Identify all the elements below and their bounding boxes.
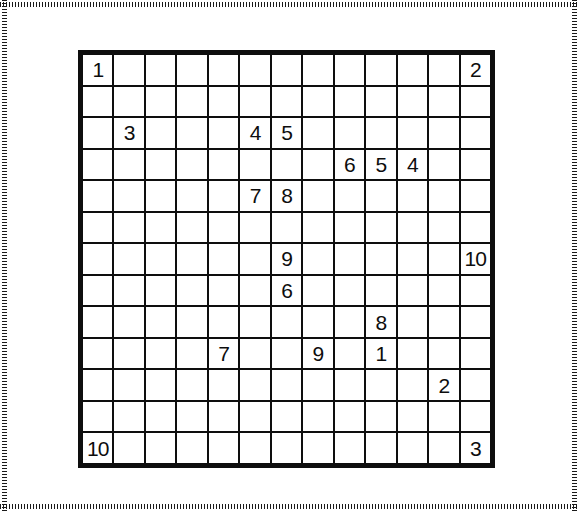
clue-number-6: 6 [344, 154, 355, 175]
cell-r5c12[interactable] [428, 180, 459, 212]
cell-r4c9[interactable]: 6 [334, 149, 365, 181]
tick-border-top [0, 2, 579, 7]
clue-number-10: 10 [465, 248, 486, 269]
cell-r4c2[interactable] [113, 149, 144, 181]
cell-r3c9[interactable] [334, 117, 365, 149]
cell-r3c5[interactable] [208, 117, 239, 149]
cell-r2c1[interactable] [82, 86, 113, 118]
cell-r3c1[interactable] [82, 117, 113, 149]
cell-r9c4[interactable] [176, 306, 207, 338]
clue-number-2: 2 [470, 59, 481, 80]
cell-r5c7[interactable]: 8 [271, 180, 302, 212]
clue-number-1: 1 [92, 59, 103, 80]
cell-r1c4[interactable] [176, 54, 207, 86]
cell-r7c10[interactable] [365, 243, 396, 275]
cell-r12c6[interactable] [239, 401, 270, 433]
cell-r5c3[interactable] [145, 180, 176, 212]
cell-r4c12[interactable] [428, 149, 459, 181]
cell-r9c9[interactable] [334, 306, 365, 338]
cell-r10c13[interactable] [460, 338, 491, 370]
cell-r12c7[interactable] [271, 401, 302, 433]
cell-r2c12[interactable] [428, 86, 459, 118]
cell-r9c5[interactable] [208, 306, 239, 338]
cell-r12c2[interactable] [113, 401, 144, 433]
cell-r10c5[interactable]: 7 [208, 338, 239, 370]
clue-number-5: 5 [376, 154, 387, 175]
cell-r7c6[interactable] [239, 243, 270, 275]
cell-r12c8[interactable] [302, 401, 333, 433]
cell-r3c13[interactable] [460, 117, 491, 149]
clue-number-3: 3 [124, 122, 135, 143]
cell-r2c13[interactable] [460, 86, 491, 118]
clue-number-1: 1 [376, 343, 387, 364]
cell-r5c8[interactable] [302, 180, 333, 212]
cell-r6c8[interactable] [302, 212, 333, 244]
cell-r3c11[interactable] [397, 117, 428, 149]
clue-number-4: 4 [250, 122, 261, 143]
cell-r1c3[interactable] [145, 54, 176, 86]
cell-r4c6[interactable] [239, 149, 270, 181]
clue-number-2: 2 [438, 375, 449, 396]
cell-r2c6[interactable] [239, 86, 270, 118]
cell-r2c5[interactable] [208, 86, 239, 118]
cell-r12c12[interactable] [428, 401, 459, 433]
clue-number-8: 8 [376, 312, 387, 333]
cell-r13c6[interactable] [239, 432, 270, 464]
cell-r4c11[interactable]: 4 [397, 149, 428, 181]
cell-r10c9[interactable] [334, 338, 365, 370]
cell-r7c3[interactable] [145, 243, 176, 275]
cell-r11c9[interactable] [334, 369, 365, 401]
cell-r5c10[interactable] [365, 180, 396, 212]
cell-r7c9[interactable] [334, 243, 365, 275]
cell-r6c10[interactable] [365, 212, 396, 244]
cell-r13c3[interactable] [145, 432, 176, 464]
cell-r7c12[interactable] [428, 243, 459, 275]
cell-r4c5[interactable] [208, 149, 239, 181]
tick-border-left [2, 0, 7, 512]
cell-r8c10[interactable] [365, 275, 396, 307]
cell-r5c6[interactable]: 7 [239, 180, 270, 212]
cell-r11c1[interactable] [82, 369, 113, 401]
cell-r1c5[interactable] [208, 54, 239, 86]
tick-border-bottom [0, 504, 579, 509]
cell-r12c5[interactable] [208, 401, 239, 433]
cell-r6c3[interactable] [145, 212, 176, 244]
cell-r9c8[interactable] [302, 306, 333, 338]
cell-r11c2[interactable] [113, 369, 144, 401]
cell-r6c13[interactable] [460, 212, 491, 244]
cell-r6c7[interactable] [271, 212, 302, 244]
cell-r8c5[interactable] [208, 275, 239, 307]
cell-r11c8[interactable] [302, 369, 333, 401]
cell-r3c6[interactable]: 4 [239, 117, 270, 149]
cell-r12c4[interactable] [176, 401, 207, 433]
cell-r7c8[interactable] [302, 243, 333, 275]
cell-r6c1[interactable] [82, 212, 113, 244]
cell-r1c12[interactable] [428, 54, 459, 86]
cell-r4c4[interactable] [176, 149, 207, 181]
cell-r7c4[interactable] [176, 243, 207, 275]
cell-r11c11[interactable] [397, 369, 428, 401]
cell-r6c12[interactable] [428, 212, 459, 244]
cell-r2c2[interactable] [113, 86, 144, 118]
cell-r1c6[interactable] [239, 54, 270, 86]
cell-r4c13[interactable] [460, 149, 491, 181]
cell-r12c13[interactable] [460, 401, 491, 433]
cell-r11c12[interactable]: 2 [428, 369, 459, 401]
cell-r5c13[interactable] [460, 180, 491, 212]
cell-r8c1[interactable] [82, 275, 113, 307]
clue-number-6: 6 [281, 280, 292, 301]
cell-r4c3[interactable] [145, 149, 176, 181]
cell-r10c6[interactable] [239, 338, 270, 370]
cell-r7c5[interactable] [208, 243, 239, 275]
cell-r1c9[interactable] [334, 54, 365, 86]
cell-r10c11[interactable] [397, 338, 428, 370]
cell-r8c2[interactable] [113, 275, 144, 307]
cell-r10c10[interactable]: 1 [365, 338, 396, 370]
cell-r1c8[interactable] [302, 54, 333, 86]
cell-r13c11[interactable] [397, 432, 428, 464]
cell-r2c3[interactable] [145, 86, 176, 118]
cell-r8c9[interactable] [334, 275, 365, 307]
cell-r6c9[interactable] [334, 212, 365, 244]
cell-r8c3[interactable] [145, 275, 176, 307]
cell-r1c1[interactable]: 1 [82, 54, 113, 86]
cell-r9c2[interactable] [113, 306, 144, 338]
cell-r5c4[interactable] [176, 180, 207, 212]
cell-r9c3[interactable] [145, 306, 176, 338]
cell-r13c10[interactable] [365, 432, 396, 464]
cell-r6c2[interactable] [113, 212, 144, 244]
cell-r9c11[interactable] [397, 306, 428, 338]
cell-r13c1[interactable]: 10 [82, 432, 113, 464]
cell-r11c7[interactable] [271, 369, 302, 401]
cell-r3c2[interactable]: 3 [113, 117, 144, 149]
cell-r11c6[interactable] [239, 369, 270, 401]
cell-r4c7[interactable] [271, 149, 302, 181]
cell-r9c1[interactable] [82, 306, 113, 338]
cell-r12c10[interactable] [365, 401, 396, 433]
cell-r10c8[interactable]: 9 [302, 338, 333, 370]
cell-r10c2[interactable] [113, 338, 144, 370]
cell-r5c5[interactable] [208, 180, 239, 212]
clue-number-9: 9 [313, 343, 324, 364]
cell-r3c7[interactable]: 5 [271, 117, 302, 149]
cell-r13c12[interactable] [428, 432, 459, 464]
cell-r11c10[interactable] [365, 369, 396, 401]
cell-r6c11[interactable] [397, 212, 428, 244]
cell-r13c8[interactable] [302, 432, 333, 464]
cell-r9c10[interactable]: 8 [365, 306, 396, 338]
page: 1234565478910687912103 [0, 0, 579, 512]
cell-r11c4[interactable] [176, 369, 207, 401]
cell-r7c13[interactable]: 10 [460, 243, 491, 275]
cell-r13c9[interactable] [334, 432, 365, 464]
clue-number-4: 4 [407, 154, 418, 175]
clue-number-7: 7 [218, 343, 229, 364]
cell-r8c13[interactable] [460, 275, 491, 307]
cell-r8c12[interactable] [428, 275, 459, 307]
cell-r13c13[interactable]: 3 [460, 432, 491, 464]
cell-r1c11[interactable] [397, 54, 428, 86]
cell-r3c3[interactable] [145, 117, 176, 149]
cell-r7c1[interactable] [82, 243, 113, 275]
cell-r9c12[interactable] [428, 306, 459, 338]
cell-r4c8[interactable] [302, 149, 333, 181]
cell-r5c2[interactable] [113, 180, 144, 212]
cell-r3c12[interactable] [428, 117, 459, 149]
cell-r2c9[interactable] [334, 86, 365, 118]
cell-r12c3[interactable] [145, 401, 176, 433]
cell-r12c1[interactable] [82, 401, 113, 433]
cell-r13c5[interactable] [208, 432, 239, 464]
cell-r11c3[interactable] [145, 369, 176, 401]
cell-r11c5[interactable] [208, 369, 239, 401]
cell-r5c11[interactable] [397, 180, 428, 212]
tick-border-right [572, 0, 577, 512]
cell-r6c5[interactable] [208, 212, 239, 244]
clue-number-10: 10 [87, 438, 108, 459]
cell-r4c1[interactable] [82, 149, 113, 181]
cell-r5c1[interactable] [82, 180, 113, 212]
clue-number-8: 8 [281, 185, 292, 206]
cell-r7c2[interactable] [113, 243, 144, 275]
cell-r9c13[interactable] [460, 306, 491, 338]
cell-r3c10[interactable] [365, 117, 396, 149]
cell-r10c4[interactable] [176, 338, 207, 370]
cell-r12c11[interactable] [397, 401, 428, 433]
cell-r7c11[interactable] [397, 243, 428, 275]
cell-r2c7[interactable] [271, 86, 302, 118]
cell-r13c7[interactable] [271, 432, 302, 464]
cell-r1c13[interactable]: 2 [460, 54, 491, 86]
numberlink-board: 1234565478910687912103 [78, 50, 495, 468]
clue-number-3: 3 [470, 438, 481, 459]
cell-r13c4[interactable] [176, 432, 207, 464]
cell-r6c4[interactable] [176, 212, 207, 244]
cell-r9c6[interactable] [239, 306, 270, 338]
cell-r3c8[interactable] [302, 117, 333, 149]
clue-number-7: 7 [250, 185, 261, 206]
cell-r10c3[interactable] [145, 338, 176, 370]
cell-r2c4[interactable] [176, 86, 207, 118]
cell-r1c2[interactable] [113, 54, 144, 86]
cell-r8c4[interactable] [176, 275, 207, 307]
cell-r8c6[interactable] [239, 275, 270, 307]
cell-r7c7[interactable]: 9 [271, 243, 302, 275]
cell-r1c10[interactable] [365, 54, 396, 86]
cell-r10c7[interactable] [271, 338, 302, 370]
cell-r2c8[interactable] [302, 86, 333, 118]
cell-r9c7[interactable] [271, 306, 302, 338]
cell-r8c11[interactable] [397, 275, 428, 307]
cell-r10c12[interactable] [428, 338, 459, 370]
cell-r5c9[interactable] [334, 180, 365, 212]
cell-r13c2[interactable] [113, 432, 144, 464]
cell-r4c10[interactable]: 5 [365, 149, 396, 181]
cell-r11c13[interactable] [460, 369, 491, 401]
cell-r12c9[interactable] [334, 401, 365, 433]
cell-r2c10[interactable] [365, 86, 396, 118]
cell-r2c11[interactable] [397, 86, 428, 118]
cell-r10c1[interactable] [82, 338, 113, 370]
cell-r8c8[interactable] [302, 275, 333, 307]
cell-r3c4[interactable] [176, 117, 207, 149]
cell-r8c7[interactable]: 6 [271, 275, 302, 307]
clue-number-9: 9 [281, 248, 292, 269]
cell-r1c7[interactable] [271, 54, 302, 86]
clue-number-5: 5 [281, 122, 292, 143]
cell-r6c6[interactable] [239, 212, 270, 244]
